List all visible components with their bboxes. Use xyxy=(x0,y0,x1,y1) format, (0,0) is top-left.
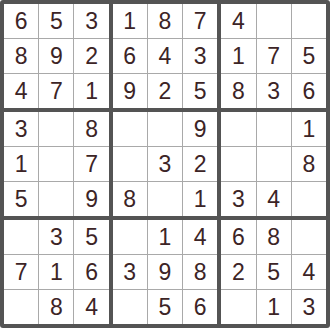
cell-r3c2[interactable]: 7 xyxy=(39,74,73,108)
cell-r2c3[interactable]: 2 xyxy=(74,39,108,73)
cell-r8c3[interactable]: 6 xyxy=(74,255,108,289)
cell-r9c6[interactable]: 6 xyxy=(183,290,217,324)
cell-r2c1[interactable]: 8 xyxy=(4,39,38,73)
cell-r6c6[interactable]: 1 xyxy=(183,182,217,216)
cell-r7c1[interactable] xyxy=(4,220,38,254)
box-2: 187643925 xyxy=(113,4,218,108)
cell-r7c4[interactable] xyxy=(113,220,147,254)
cell-r9c2[interactable]: 8 xyxy=(39,290,73,324)
cell-r1c9[interactable] xyxy=(292,4,326,38)
cell-r3c7[interactable]: 8 xyxy=(221,74,255,108)
cell-r3c9[interactable]: 6 xyxy=(292,74,326,108)
cell-r9c9[interactable]: 3 xyxy=(292,290,326,324)
box-4: 381759 xyxy=(4,112,109,216)
cell-r9c3[interactable]: 4 xyxy=(74,290,108,324)
cell-r8c2[interactable]: 1 xyxy=(39,255,73,289)
cell-r6c9[interactable] xyxy=(292,182,326,216)
cell-r3c5[interactable]: 2 xyxy=(148,74,182,108)
cell-r2c8[interactable]: 7 xyxy=(257,39,291,73)
cell-r6c2[interactable] xyxy=(39,182,73,216)
cell-r9c4[interactable] xyxy=(113,290,147,324)
cell-r2c9[interactable]: 5 xyxy=(292,39,326,73)
cell-r8c1[interactable]: 7 xyxy=(4,255,38,289)
cell-r3c1[interactable]: 4 xyxy=(4,74,38,108)
cell-r7c9[interactable] xyxy=(292,220,326,254)
cell-r9c7[interactable] xyxy=(221,290,255,324)
cell-r8c8[interactable]: 5 xyxy=(257,255,291,289)
cell-r8c7[interactable]: 2 xyxy=(221,255,255,289)
cell-r6c1[interactable]: 5 xyxy=(4,182,38,216)
cell-r5c3[interactable]: 7 xyxy=(74,147,108,181)
cell-r4c9[interactable]: 1 xyxy=(292,112,326,146)
cell-r1c1[interactable]: 6 xyxy=(4,4,38,38)
cell-r5c1[interactable]: 1 xyxy=(4,147,38,181)
box-7: 3571684 xyxy=(4,220,109,324)
cell-r7c3[interactable]: 5 xyxy=(74,220,108,254)
cell-r6c4[interactable]: 8 xyxy=(113,182,147,216)
cell-r1c8[interactable] xyxy=(257,4,291,38)
cell-r1c7[interactable]: 4 xyxy=(221,4,255,38)
cell-r3c8[interactable]: 3 xyxy=(257,74,291,108)
cell-r5c9[interactable]: 8 xyxy=(292,147,326,181)
box-6: 1834 xyxy=(221,112,326,216)
cell-r7c6[interactable]: 4 xyxy=(183,220,217,254)
cell-r2c5[interactable]: 4 xyxy=(148,39,182,73)
cell-r1c2[interactable]: 5 xyxy=(39,4,73,38)
cell-r6c8[interactable]: 4 xyxy=(257,182,291,216)
cell-r9c1[interactable] xyxy=(4,290,38,324)
cell-r3c6[interactable]: 5 xyxy=(183,74,217,108)
cell-r6c3[interactable]: 9 xyxy=(74,182,108,216)
cell-r1c6[interactable]: 7 xyxy=(183,4,217,38)
cell-r5c5[interactable]: 3 xyxy=(148,147,182,181)
cell-r1c5[interactable]: 8 xyxy=(148,4,182,38)
cell-r4c1[interactable]: 3 xyxy=(4,112,38,146)
cell-r8c5[interactable]: 9 xyxy=(148,255,182,289)
cell-r3c3[interactable]: 1 xyxy=(74,74,108,108)
cell-r7c2[interactable]: 3 xyxy=(39,220,73,254)
cell-r7c5[interactable]: 1 xyxy=(148,220,182,254)
cell-r2c6[interactable]: 3 xyxy=(183,39,217,73)
cell-r1c3[interactable]: 3 xyxy=(74,4,108,38)
cell-r3c4[interactable]: 9 xyxy=(113,74,147,108)
cell-r9c5[interactable]: 5 xyxy=(148,290,182,324)
cell-r7c8[interactable]: 8 xyxy=(257,220,291,254)
cell-r6c7[interactable]: 3 xyxy=(221,182,255,216)
cell-r5c2[interactable] xyxy=(39,147,73,181)
cell-r5c8[interactable] xyxy=(257,147,291,181)
cell-r4c2[interactable] xyxy=(39,112,73,146)
cell-r5c7[interactable] xyxy=(221,147,255,181)
cell-r6c5[interactable] xyxy=(148,182,182,216)
box-3: 4175836 xyxy=(221,4,326,108)
cell-r7c7[interactable]: 6 xyxy=(221,220,255,254)
cell-r8c6[interactable]: 8 xyxy=(183,255,217,289)
cell-r4c8[interactable] xyxy=(257,112,291,146)
cell-r9c8[interactable]: 1 xyxy=(257,290,291,324)
box-1: 653892471 xyxy=(4,4,109,108)
box-8: 1439856 xyxy=(113,220,218,324)
cell-r5c6[interactable]: 2 xyxy=(183,147,217,181)
cell-r2c4[interactable]: 6 xyxy=(113,39,147,73)
cell-r5c4[interactable] xyxy=(113,147,147,181)
cell-r4c4[interactable] xyxy=(113,112,147,146)
cell-r4c5[interactable] xyxy=(148,112,182,146)
cell-r4c7[interactable] xyxy=(221,112,255,146)
box-9: 6825413 xyxy=(221,220,326,324)
cell-r2c2[interactable]: 9 xyxy=(39,39,73,73)
cell-r8c9[interactable]: 4 xyxy=(292,255,326,289)
cell-r4c6[interactable]: 9 xyxy=(183,112,217,146)
sudoku-board: 6538924711876439254175836381759932811834… xyxy=(0,0,330,328)
cell-r2c7[interactable]: 1 xyxy=(221,39,255,73)
cell-r8c4[interactable]: 3 xyxy=(113,255,147,289)
cell-r4c3[interactable]: 8 xyxy=(74,112,108,146)
cell-r1c4[interactable]: 1 xyxy=(113,4,147,38)
box-5: 93281 xyxy=(113,112,218,216)
